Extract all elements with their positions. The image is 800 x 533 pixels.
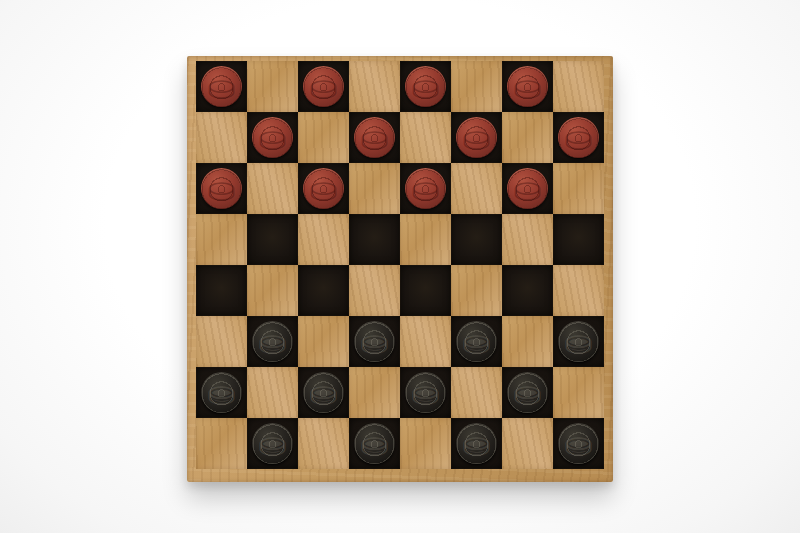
square-r7c3[interactable]: ⛂ bbox=[349, 418, 400, 469]
square-r0c3[interactable] bbox=[349, 61, 400, 112]
black-piece[interactable]: ⛂ bbox=[456, 321, 497, 362]
square-r0c1[interactable] bbox=[247, 61, 298, 112]
square-r2c2[interactable]: ⛀ bbox=[298, 163, 349, 214]
draughts-man-glyph: ⛂ bbox=[411, 376, 440, 410]
draughts-man-glyph: ⛂ bbox=[564, 325, 593, 359]
square-r4c1[interactable] bbox=[247, 265, 298, 316]
draughts-man-glyph: ⛂ bbox=[462, 427, 491, 461]
square-r7c7[interactable]: ⛂ bbox=[553, 418, 604, 469]
square-r5c1[interactable]: ⛂ bbox=[247, 316, 298, 367]
square-r6c1[interactable] bbox=[247, 367, 298, 418]
square-r0c7[interactable] bbox=[553, 61, 604, 112]
square-r4c4[interactable] bbox=[400, 265, 451, 316]
square-r7c6[interactable] bbox=[502, 418, 553, 469]
red-piece[interactable]: ⛀ bbox=[201, 66, 242, 107]
black-piece[interactable]: ⛂ bbox=[201, 372, 242, 413]
black-piece[interactable]: ⛂ bbox=[303, 372, 344, 413]
square-r1c7[interactable]: ⛀ bbox=[553, 112, 604, 163]
square-r5c6[interactable] bbox=[502, 316, 553, 367]
black-piece[interactable]: ⛂ bbox=[558, 423, 599, 464]
black-piece[interactable]: ⛂ bbox=[354, 423, 395, 464]
draughts-man-glyph: ⛂ bbox=[207, 376, 236, 410]
square-r0c4[interactable]: ⛀ bbox=[400, 61, 451, 112]
square-r1c5[interactable]: ⛀ bbox=[451, 112, 502, 163]
square-r4c5[interactable] bbox=[451, 265, 502, 316]
draughts-man-glyph: ⛂ bbox=[513, 376, 542, 410]
draughts-man-glyph: ⛂ bbox=[258, 427, 287, 461]
square-r3c7[interactable] bbox=[553, 214, 604, 265]
square-r2c5[interactable] bbox=[451, 163, 502, 214]
square-r6c4[interactable]: ⛂ bbox=[400, 367, 451, 418]
photo-scene: ⛀⛀⛀⛀⛀⛀⛀⛀⛀⛀⛀⛀⛂⛂⛂⛂⛂⛂⛂⛂⛂⛂⛂⛂ bbox=[0, 0, 800, 533]
draughts-man-glyph: ⛂ bbox=[564, 427, 593, 461]
black-piece[interactable]: ⛂ bbox=[252, 423, 293, 464]
square-r7c4[interactable] bbox=[400, 418, 451, 469]
draughts-man-glyph: ⛂ bbox=[462, 325, 491, 359]
red-piece[interactable]: ⛀ bbox=[456, 117, 497, 158]
square-r5c3[interactable]: ⛂ bbox=[349, 316, 400, 367]
draughts-man-glyph: ⛀ bbox=[207, 70, 236, 104]
square-r5c7[interactable]: ⛂ bbox=[553, 316, 604, 367]
square-r5c2[interactable] bbox=[298, 316, 349, 367]
square-r4c3[interactable] bbox=[349, 265, 400, 316]
red-piece[interactable]: ⛀ bbox=[405, 168, 446, 209]
square-r4c0[interactable] bbox=[196, 265, 247, 316]
square-r1c4[interactable] bbox=[400, 112, 451, 163]
draughts-man-glyph: ⛀ bbox=[207, 172, 236, 206]
draughts-man-glyph: ⛂ bbox=[360, 325, 389, 359]
red-piece[interactable]: ⛀ bbox=[252, 117, 293, 158]
square-r0c5[interactable] bbox=[451, 61, 502, 112]
draughts-man-glyph: ⛀ bbox=[411, 172, 440, 206]
square-r0c6[interactable]: ⛀ bbox=[502, 61, 553, 112]
draughts-man-glyph: ⛀ bbox=[462, 121, 491, 155]
square-r7c0[interactable] bbox=[196, 418, 247, 469]
draughts-man-glyph: ⛂ bbox=[360, 427, 389, 461]
draughts-man-glyph: ⛂ bbox=[309, 376, 338, 410]
square-r6c7[interactable] bbox=[553, 367, 604, 418]
black-piece[interactable]: ⛂ bbox=[354, 321, 395, 362]
red-piece[interactable]: ⛀ bbox=[405, 66, 446, 107]
square-r6c6[interactable]: ⛂ bbox=[502, 367, 553, 418]
square-r2c3[interactable] bbox=[349, 163, 400, 214]
red-piece[interactable]: ⛀ bbox=[303, 66, 344, 107]
square-r4c2[interactable] bbox=[298, 265, 349, 316]
square-r5c0[interactable] bbox=[196, 316, 247, 367]
black-piece[interactable]: ⛂ bbox=[252, 321, 293, 362]
square-r3c1[interactable] bbox=[247, 214, 298, 265]
red-piece[interactable]: ⛀ bbox=[201, 168, 242, 209]
square-r3c6[interactable] bbox=[502, 214, 553, 265]
draughts-man-glyph: ⛀ bbox=[513, 70, 542, 104]
square-r3c0[interactable] bbox=[196, 214, 247, 265]
draughts-man-glyph: ⛂ bbox=[258, 325, 287, 359]
red-piece[interactable]: ⛀ bbox=[558, 117, 599, 158]
square-r2c6[interactable]: ⛀ bbox=[502, 163, 553, 214]
black-piece[interactable]: ⛂ bbox=[456, 423, 497, 464]
draughts-man-glyph: ⛀ bbox=[513, 172, 542, 206]
red-piece[interactable]: ⛀ bbox=[507, 66, 548, 107]
red-piece[interactable]: ⛀ bbox=[303, 168, 344, 209]
square-r6c3[interactable] bbox=[349, 367, 400, 418]
square-r1c2[interactable] bbox=[298, 112, 349, 163]
draughts-man-glyph: ⛀ bbox=[411, 70, 440, 104]
square-r0c0[interactable]: ⛀ bbox=[196, 61, 247, 112]
square-r7c1[interactable]: ⛂ bbox=[247, 418, 298, 469]
square-r2c1[interactable] bbox=[247, 163, 298, 214]
square-r3c3[interactable] bbox=[349, 214, 400, 265]
square-r1c1[interactable]: ⛀ bbox=[247, 112, 298, 163]
square-r7c5[interactable]: ⛂ bbox=[451, 418, 502, 469]
draughts-man-glyph: ⛀ bbox=[309, 172, 338, 206]
draughts-man-glyph: ⛀ bbox=[258, 121, 287, 155]
red-piece[interactable]: ⛀ bbox=[507, 168, 548, 209]
red-piece[interactable]: ⛀ bbox=[354, 117, 395, 158]
square-r4c6[interactable] bbox=[502, 265, 553, 316]
square-r6c5[interactable] bbox=[451, 367, 502, 418]
square-r1c0[interactable] bbox=[196, 112, 247, 163]
square-r6c0[interactable]: ⛂ bbox=[196, 367, 247, 418]
black-piece[interactable]: ⛂ bbox=[507, 372, 548, 413]
square-r2c7[interactable] bbox=[553, 163, 604, 214]
square-r2c0[interactable]: ⛀ bbox=[196, 163, 247, 214]
square-r1c6[interactable] bbox=[502, 112, 553, 163]
checkers-board: ⛀⛀⛀⛀⛀⛀⛀⛀⛀⛀⛀⛀⛂⛂⛂⛂⛂⛂⛂⛂⛂⛂⛂⛂ bbox=[187, 56, 613, 482]
square-r2c4[interactable]: ⛀ bbox=[400, 163, 451, 214]
board-grid: ⛀⛀⛀⛀⛀⛀⛀⛀⛀⛀⛀⛀⛂⛂⛂⛂⛂⛂⛂⛂⛂⛂⛂⛂ bbox=[196, 61, 604, 469]
square-r3c4[interactable] bbox=[400, 214, 451, 265]
square-r5c5[interactable]: ⛂ bbox=[451, 316, 502, 367]
square-r6c2[interactable]: ⛂ bbox=[298, 367, 349, 418]
square-r7c2[interactable] bbox=[298, 418, 349, 469]
draughts-man-glyph: ⛀ bbox=[309, 70, 338, 104]
black-piece[interactable]: ⛂ bbox=[558, 321, 599, 362]
draughts-man-glyph: ⛀ bbox=[360, 121, 389, 155]
draughts-man-glyph: ⛀ bbox=[564, 121, 593, 155]
square-r3c2[interactable] bbox=[298, 214, 349, 265]
square-r0c2[interactable]: ⛀ bbox=[298, 61, 349, 112]
square-r5c4[interactable] bbox=[400, 316, 451, 367]
square-r1c3[interactable]: ⛀ bbox=[349, 112, 400, 163]
square-r3c5[interactable] bbox=[451, 214, 502, 265]
black-piece[interactable]: ⛂ bbox=[405, 372, 446, 413]
square-r4c7[interactable] bbox=[553, 265, 604, 316]
